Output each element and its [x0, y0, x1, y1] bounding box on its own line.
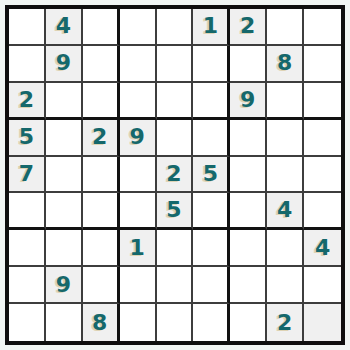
cell-r2c8[interactable]: 8 [267, 46, 304, 83]
cell-r6c8[interactable]: 4 [267, 193, 304, 230]
cell-r4c3[interactable]: 2 [83, 120, 120, 157]
cell-r2c9[interactable] [304, 46, 341, 83]
cell-r5c4[interactable] [120, 157, 157, 194]
cell-r2c1[interactable] [9, 46, 46, 83]
cell-r8c9[interactable] [304, 267, 341, 304]
cell-r9c7[interactable] [230, 304, 267, 341]
cell-r1c4[interactable] [120, 9, 157, 46]
page-background: 41298295297255414982 [0, 0, 350, 350]
cell-r8c7[interactable] [230, 267, 267, 304]
cell-r4c8[interactable] [267, 120, 304, 157]
cell-r3c4[interactable] [120, 83, 157, 120]
cell-r1c1[interactable] [9, 9, 46, 46]
cell-r9c2[interactable] [46, 304, 83, 341]
cell-r9c4[interactable] [120, 304, 157, 341]
cell-r7c2[interactable] [46, 230, 83, 267]
cell-r3c1[interactable]: 2 [9, 83, 46, 120]
cell-r4c5[interactable] [157, 120, 194, 157]
cell-r7c6[interactable] [193, 230, 230, 267]
cell-r9c5[interactable] [157, 304, 194, 341]
cell-r8c2[interactable]: 9 [46, 267, 83, 304]
cell-r9c9[interactable] [304, 304, 341, 341]
cell-r7c7[interactable] [230, 230, 267, 267]
cell-r8c6[interactable] [193, 267, 230, 304]
cell-r2c7[interactable] [230, 46, 267, 83]
cell-r2c3[interactable] [83, 46, 120, 83]
cell-r9c6[interactable] [193, 304, 230, 341]
cell-r4c1[interactable]: 5 [9, 120, 46, 157]
cell-r5c6[interactable]: 5 [193, 157, 230, 194]
cell-r7c4[interactable]: 1 [120, 230, 157, 267]
cell-r9c3[interactable]: 8 [83, 304, 120, 341]
cell-r7c3[interactable] [83, 230, 120, 267]
cell-r5c9[interactable] [304, 157, 341, 194]
cell-r9c8[interactable]: 2 [267, 304, 304, 341]
cell-r2c5[interactable] [157, 46, 194, 83]
cell-r4c9[interactable] [304, 120, 341, 157]
cell-r7c8[interactable] [267, 230, 304, 267]
cell-r6c5[interactable]: 5 [157, 193, 194, 230]
cell-r6c9[interactable] [304, 193, 341, 230]
cell-r6c4[interactable] [120, 193, 157, 230]
cell-r8c4[interactable] [120, 267, 157, 304]
cell-r1c3[interactable] [83, 9, 120, 46]
cell-r4c4[interactable]: 9 [120, 120, 157, 157]
cell-r4c2[interactable] [46, 120, 83, 157]
cell-r3c5[interactable] [157, 83, 194, 120]
cell-r5c5[interactable]: 2 [157, 157, 194, 194]
cell-r6c7[interactable] [230, 193, 267, 230]
cell-r3c6[interactable] [193, 83, 230, 120]
cell-r1c6[interactable]: 1 [193, 9, 230, 46]
cell-r2c2[interactable]: 9 [46, 46, 83, 83]
cell-r8c1[interactable] [9, 267, 46, 304]
cell-r6c3[interactable] [83, 193, 120, 230]
cell-r8c8[interactable] [267, 267, 304, 304]
cell-r6c2[interactable] [46, 193, 83, 230]
cell-r1c2[interactable]: 4 [46, 9, 83, 46]
cell-r7c9[interactable]: 4 [304, 230, 341, 267]
cell-r6c1[interactable] [9, 193, 46, 230]
cell-r5c8[interactable] [267, 157, 304, 194]
cell-r9c1[interactable] [9, 304, 46, 341]
cell-r6c6[interactable] [193, 193, 230, 230]
cell-r5c2[interactable] [46, 157, 83, 194]
cell-r3c9[interactable] [304, 83, 341, 120]
cell-r3c2[interactable] [46, 83, 83, 120]
cell-r1c8[interactable] [267, 9, 304, 46]
cell-r3c8[interactable] [267, 83, 304, 120]
cell-r2c4[interactable] [120, 46, 157, 83]
cell-r4c7[interactable] [230, 120, 267, 157]
cell-r5c1[interactable]: 7 [9, 157, 46, 194]
cell-r7c5[interactable] [157, 230, 194, 267]
cell-r1c9[interactable] [304, 9, 341, 46]
sudoku-board: 41298295297255414982 [5, 5, 345, 345]
cell-r4c6[interactable] [193, 120, 230, 157]
cell-r8c3[interactable] [83, 267, 120, 304]
cell-r7c1[interactable] [9, 230, 46, 267]
cell-r1c7[interactable]: 2 [230, 9, 267, 46]
cell-r8c5[interactable] [157, 267, 194, 304]
cell-r5c7[interactable] [230, 157, 267, 194]
cell-r2c6[interactable] [193, 46, 230, 83]
cell-r1c5[interactable] [157, 9, 194, 46]
cell-r5c3[interactable] [83, 157, 120, 194]
cell-r3c3[interactable] [83, 83, 120, 120]
cell-r3c7[interactable]: 9 [230, 83, 267, 120]
